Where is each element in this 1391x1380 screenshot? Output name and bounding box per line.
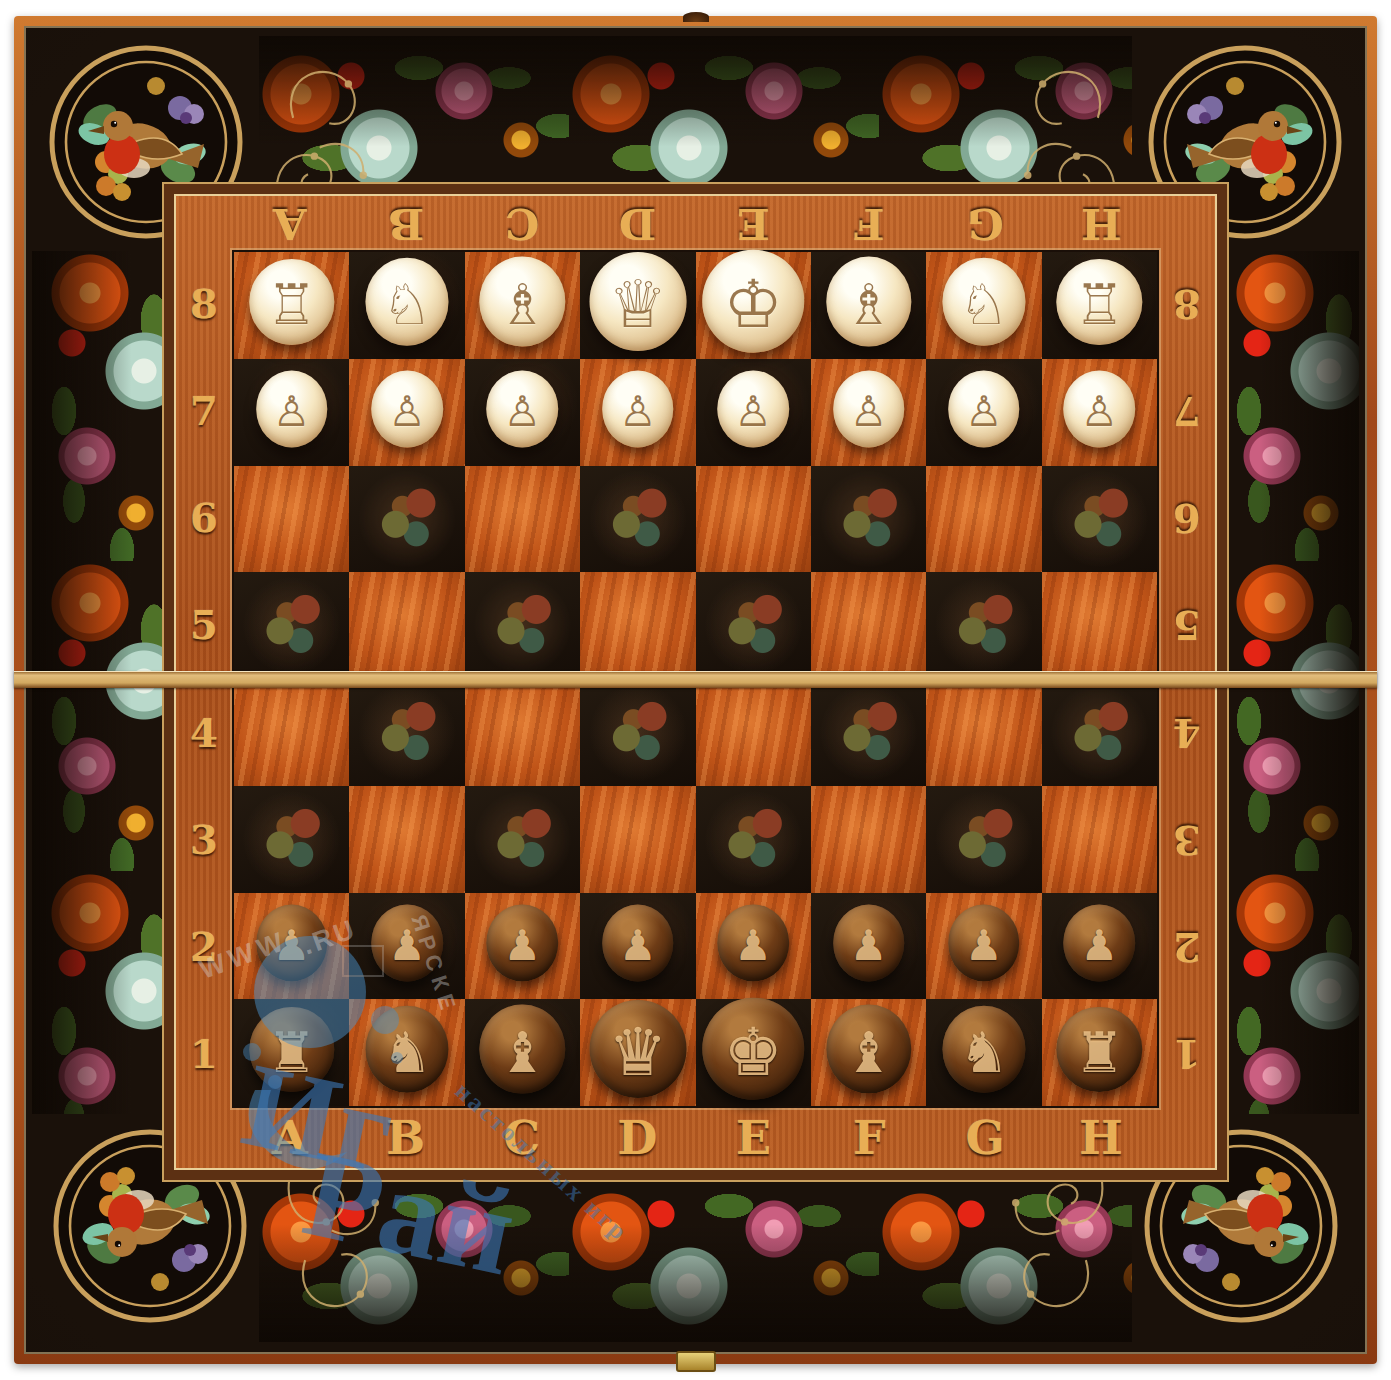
rank-label-right-3: 3 <box>1173 820 1201 860</box>
piece-glyph: ♙ <box>504 391 542 433</box>
piece-glyph: ♙ <box>1080 391 1118 433</box>
gold-filigree-bottom-right <box>979 1156 1129 1326</box>
piece-glyph: ♖ <box>267 277 317 333</box>
file-labels-bottom: ABCDEFGH <box>232 1108 1159 1168</box>
file-label-bottom-c: C <box>503 1115 540 1161</box>
black-pawn[interactable]: ♟ <box>349 893 464 1000</box>
piece-glyph: ♙ <box>619 391 657 433</box>
square-f3[interactable] <box>811 786 926 893</box>
square-h1[interactable]: ♜ <box>1042 999 1157 1106</box>
square-g3[interactable] <box>926 786 1041 893</box>
piece-glyph: ♛ <box>608 1020 667 1086</box>
white-pawn[interactable]: ♙ <box>1042 359 1157 466</box>
piece-glyph: ♟ <box>388 925 426 967</box>
piece-glyph: ♖ <box>1074 277 1124 333</box>
square-h3[interactable] <box>1042 786 1157 893</box>
file-label-bottom-f: F <box>853 1115 886 1161</box>
white-knight[interactable]: ♘ <box>926 252 1041 359</box>
rank-label-left-1: 1 <box>190 1034 218 1074</box>
square-e1[interactable]: ♚ <box>696 999 811 1106</box>
black-knight[interactable]: ♞ <box>349 999 464 1106</box>
square-b1[interactable]: ♞ <box>349 999 464 1106</box>
file-label-bottom-a: A <box>272 1115 308 1161</box>
square-a6[interactable] <box>234 466 349 573</box>
white-queen[interactable]: ♕ <box>580 252 695 359</box>
black-pawn[interactable]: ♟ <box>580 893 695 1000</box>
square-a2[interactable]: ♟ <box>234 893 349 1000</box>
square-h2[interactable]: ♟ <box>1042 893 1157 1000</box>
rank-label-left-2: 2 <box>190 927 218 967</box>
white-pawn[interactable]: ♙ <box>234 359 349 466</box>
black-pawn[interactable]: ♟ <box>811 893 926 1000</box>
white-pawn[interactable]: ♙ <box>349 359 464 466</box>
square-d6[interactable] <box>580 466 695 573</box>
square-h6[interactable] <box>1042 466 1157 573</box>
square-f6[interactable] <box>811 466 926 573</box>
piece-glyph: ♕ <box>608 272 667 338</box>
square-g4[interactable] <box>926 679 1041 786</box>
square-e8[interactable]: ♔ <box>696 252 811 359</box>
square-c4[interactable] <box>465 679 580 786</box>
black-knight[interactable]: ♞ <box>926 999 1041 1106</box>
square-e7[interactable]: ♙ <box>696 359 811 466</box>
square-h5[interactable] <box>1042 572 1157 679</box>
square-f4[interactable] <box>811 679 926 786</box>
piece-glyph: ♜ <box>267 1025 317 1081</box>
file-label-top-c: C <box>505 202 539 245</box>
black-queen[interactable]: ♛ <box>580 999 695 1106</box>
square-d3[interactable] <box>580 786 695 893</box>
piece-glyph: ♘ <box>959 277 1009 333</box>
file-label-top-e: E <box>737 202 770 245</box>
square-a7[interactable]: ♙ <box>234 359 349 466</box>
square-g6[interactable] <box>926 466 1041 573</box>
piece-glyph: ♞ <box>382 1025 432 1081</box>
rank-label-right-5: 5 <box>1173 605 1201 645</box>
square-d5[interactable] <box>580 572 695 679</box>
white-knight[interactable]: ♘ <box>349 252 464 359</box>
file-label-bottom-b: B <box>386 1115 425 1161</box>
square-f2[interactable]: ♟ <box>811 893 926 1000</box>
rank-label-left-6: 6 <box>190 498 218 538</box>
square-c2[interactable]: ♟ <box>465 893 580 1000</box>
piece-glyph: ♟ <box>1080 925 1118 967</box>
square-g7[interactable]: ♙ <box>926 359 1041 466</box>
piece-glyph: ♙ <box>965 391 1003 433</box>
piece-glyph: ♚ <box>724 1020 783 1086</box>
square-f5[interactable] <box>811 572 926 679</box>
square-c5[interactable] <box>465 572 580 679</box>
square-b6[interactable] <box>349 466 464 573</box>
rank-label-left-4: 4 <box>190 713 218 753</box>
square-e6[interactable] <box>696 466 811 573</box>
file-labels-top: ABCDEFGH <box>232 196 1159 250</box>
bottom-brass-clasp <box>676 1351 716 1372</box>
piece-glyph: ♞ <box>959 1025 1009 1081</box>
square-c6[interactable] <box>465 466 580 573</box>
white-bishop[interactable]: ♗ <box>465 252 580 359</box>
rank-label-right-8: 8 <box>1173 284 1201 324</box>
white-pawn[interactable]: ♙ <box>811 359 926 466</box>
piece-glyph: ♔ <box>724 272 783 338</box>
square-a8[interactable]: ♖ <box>234 252 349 359</box>
square-d8[interactable]: ♕ <box>580 252 695 359</box>
piece-glyph: ♟ <box>734 925 772 967</box>
piece-glyph: ♗ <box>497 277 547 333</box>
square-e4[interactable] <box>696 679 811 786</box>
white-bishop[interactable]: ♗ <box>811 252 926 359</box>
white-pawn[interactable]: ♙ <box>465 359 580 466</box>
file-label-top-a: A <box>273 202 306 245</box>
square-c8[interactable]: ♗ <box>465 252 580 359</box>
file-label-bottom-g: G <box>966 1115 1005 1161</box>
piece-glyph: ♘ <box>382 277 432 333</box>
white-rook[interactable]: ♖ <box>234 252 349 359</box>
photo-stage: ABCDEFGH 87654321 ♖♘♗♕♔♗♘♖♙♙♙♙♙♙♙♙♟♟♟♟♟♟… <box>0 0 1391 1380</box>
file-label-top-h: H <box>1081 202 1122 245</box>
file-label-bottom-e: E <box>736 1115 771 1161</box>
piece-glyph: ♗ <box>843 277 893 333</box>
piece-glyph: ♟ <box>273 925 311 967</box>
piece-glyph: ♟ <box>965 925 1003 967</box>
rank-label-right-1: 1 <box>1173 1034 1201 1074</box>
square-e3[interactable] <box>696 786 811 893</box>
black-pawn[interactable]: ♟ <box>465 893 580 1000</box>
square-f7[interactable]: ♙ <box>811 359 926 466</box>
black-pawn[interactable]: ♟ <box>234 893 349 1000</box>
rank-label-left-3: 3 <box>190 820 218 860</box>
rank-label-right-4: 4 <box>1173 713 1201 753</box>
square-b4[interactable] <box>349 679 464 786</box>
square-g5[interactable] <box>926 572 1041 679</box>
black-bishop[interactable]: ♝ <box>465 999 580 1106</box>
file-label-top-b: B <box>388 202 424 245</box>
white-king[interactable]: ♔ <box>696 252 811 359</box>
square-b3[interactable] <box>349 786 464 893</box>
square-d4[interactable] <box>580 679 695 786</box>
file-label-top-f: F <box>854 202 885 245</box>
square-g1[interactable]: ♞ <box>926 999 1041 1106</box>
black-pawn[interactable]: ♟ <box>1042 893 1157 1000</box>
black-pawn[interactable]: ♟ <box>926 893 1041 1000</box>
square-b8[interactable]: ♘ <box>349 252 464 359</box>
rank-label-left-8: 8 <box>190 284 218 324</box>
square-c3[interactable] <box>465 786 580 893</box>
square-g8[interactable]: ♘ <box>926 252 1041 359</box>
black-rook[interactable]: ♜ <box>1042 999 1157 1106</box>
square-g2[interactable]: ♟ <box>926 893 1041 1000</box>
piece-glyph: ♜ <box>1074 1025 1124 1081</box>
square-d7[interactable]: ♙ <box>580 359 695 466</box>
file-label-top-g: G <box>967 202 1004 245</box>
top-latch-knob <box>683 12 709 22</box>
black-king[interactable]: ♚ <box>696 999 811 1106</box>
square-a3[interactable] <box>234 786 349 893</box>
square-f8[interactable]: ♗ <box>811 252 926 359</box>
white-pawn[interactable]: ♙ <box>926 359 1041 466</box>
square-e5[interactable] <box>696 572 811 679</box>
white-rook[interactable]: ♖ <box>1042 252 1157 359</box>
white-pawn[interactable]: ♙ <box>580 359 695 466</box>
square-d2[interactable]: ♟ <box>580 893 695 1000</box>
black-pawn[interactable]: ♟ <box>696 893 811 1000</box>
black-bishop[interactable]: ♝ <box>811 999 926 1106</box>
fold-seam <box>14 671 1377 688</box>
piece-glyph: ♙ <box>273 391 311 433</box>
game-board-case: ABCDEFGH 87654321 ♖♘♗♕♔♗♘♖♙♙♙♙♙♙♙♙♟♟♟♟♟♟… <box>14 16 1377 1364</box>
square-b2[interactable]: ♟ <box>349 893 464 1000</box>
square-a1[interactable]: ♜ <box>234 999 349 1106</box>
rank-label-left-5: 5 <box>190 605 218 645</box>
square-h8[interactable]: ♖ <box>1042 252 1157 359</box>
square-h4[interactable] <box>1042 679 1157 786</box>
square-d1[interactable]: ♛ <box>580 999 695 1106</box>
piece-glyph: ♟ <box>619 925 657 967</box>
piece-glyph: ♙ <box>388 391 426 433</box>
square-b7[interactable]: ♙ <box>349 359 464 466</box>
square-c1[interactable]: ♝ <box>465 999 580 1106</box>
rank-label-right-7: 7 <box>1173 391 1201 431</box>
square-e2[interactable]: ♟ <box>696 893 811 1000</box>
rank-label-left-7: 7 <box>190 391 218 431</box>
square-c7[interactable]: ♙ <box>465 359 580 466</box>
square-f1[interactable]: ♝ <box>811 999 926 1106</box>
piece-glyph: ♟ <box>504 925 542 967</box>
piece-glyph: ♝ <box>843 1025 893 1081</box>
piece-glyph: ♟ <box>850 925 888 967</box>
square-a4[interactable] <box>234 679 349 786</box>
rank-label-right-6: 6 <box>1173 498 1201 538</box>
square-b5[interactable] <box>349 572 464 679</box>
black-rook[interactable]: ♜ <box>234 999 349 1106</box>
piece-glyph: ♝ <box>497 1025 547 1081</box>
piece-glyph: ♙ <box>734 391 772 433</box>
square-h7[interactable]: ♙ <box>1042 359 1157 466</box>
square-a5[interactable] <box>234 572 349 679</box>
white-pawn[interactable]: ♙ <box>696 359 811 466</box>
floral-border-frame: ABCDEFGH 87654321 ♖♘♗♕♔♗♘♖♙♙♙♙♙♙♙♙♟♟♟♟♟♟… <box>24 26 1367 1354</box>
file-label-bottom-h: H <box>1079 1115 1122 1161</box>
gold-filigree-bottom-left <box>262 1156 412 1326</box>
rank-label-right-2: 2 <box>1173 927 1201 967</box>
piece-glyph: ♙ <box>850 391 888 433</box>
file-label-top-d: D <box>619 202 656 245</box>
file-label-bottom-d: D <box>618 1115 658 1161</box>
